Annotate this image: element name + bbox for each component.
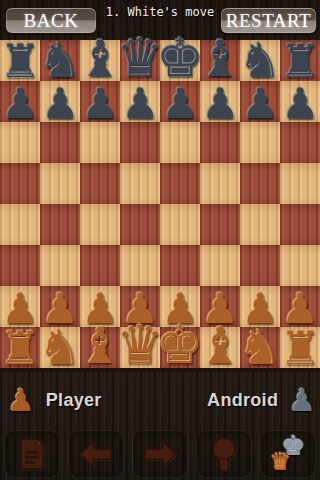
white-pawn: ♟ (1, 288, 39, 330)
black-bishop: ♝ (198, 34, 243, 84)
piece-set-button[interactable]: ♚ ♛ (261, 431, 315, 477)
square-c8[interactable]: ♝ (80, 40, 120, 81)
lightbulb-icon (210, 436, 238, 472)
white-bishop: ♝ (78, 321, 123, 371)
black-rook: ♜ (0, 38, 41, 84)
square-d6[interactable] (120, 122, 160, 163)
black-pawn: ♟ (121, 83, 159, 125)
square-b4[interactable] (40, 204, 80, 245)
square-c2[interactable]: ♟ (80, 286, 120, 327)
black-pawn: ♟ (1, 83, 39, 125)
top-bar: BACK 1. White's move RESTART (0, 0, 320, 40)
square-f1[interactable]: ♝ (200, 327, 240, 368)
white-pawn: ♟ (201, 288, 239, 330)
square-f3[interactable] (200, 245, 240, 286)
square-c7[interactable]: ♟ (80, 81, 120, 122)
square-c6[interactable] (80, 122, 120, 163)
square-g8[interactable]: ♞ (240, 40, 280, 81)
restart-button[interactable]: RESTART (220, 7, 317, 34)
square-b8[interactable]: ♞ (40, 40, 80, 81)
square-d2[interactable]: ♟ (120, 286, 160, 327)
black-bishop: ♝ (78, 34, 123, 84)
white-pawn-icon: ♟ (7, 385, 35, 416)
black-pawn: ♟ (81, 83, 119, 125)
chess-pieces-icon: ♚ ♛ (269, 435, 307, 473)
white-rook: ♜ (0, 325, 41, 371)
square-e5[interactable] (160, 163, 200, 204)
undo-move-button[interactable] (69, 431, 123, 477)
square-e7[interactable]: ♟ (160, 81, 200, 122)
black-pawn: ♟ (41, 83, 79, 125)
arrow-left-icon (79, 441, 113, 467)
black-knight: ♞ (38, 36, 81, 84)
square-a8[interactable]: ♜ (0, 40, 40, 81)
square-g6[interactable] (240, 122, 280, 163)
square-d5[interactable] (120, 163, 160, 204)
square-b1[interactable]: ♞ (40, 327, 80, 368)
chess-board: ♜♞♝♛♚♝♞♜♟♟♟♟♟♟♟♟♟♟♟♟♟♟♟♟♜♞♝♛♚♝♞♜ (0, 40, 320, 372)
player-bar: ♟ Player Android ♟ (0, 372, 320, 428)
white-bishop: ♝ (198, 321, 243, 371)
bronze-queen-icon: ♛ (270, 450, 292, 474)
square-a7[interactable]: ♟ (0, 81, 40, 122)
white-knight: ♞ (38, 323, 81, 371)
square-h4[interactable] (280, 204, 320, 245)
black-pawn: ♟ (201, 83, 239, 125)
document-icon (18, 437, 46, 471)
square-f4[interactable] (200, 204, 240, 245)
black-player-name: Android (207, 390, 278, 411)
square-e6[interactable] (160, 122, 200, 163)
square-a2[interactable]: ♟ (0, 286, 40, 327)
square-c3[interactable] (80, 245, 120, 286)
square-g2[interactable]: ♟ (240, 286, 280, 327)
square-a5[interactable] (0, 163, 40, 204)
square-b2[interactable]: ♟ (40, 286, 80, 327)
square-d3[interactable] (120, 245, 160, 286)
black-pawn: ♟ (281, 83, 319, 125)
square-g3[interactable] (240, 245, 280, 286)
square-g5[interactable] (240, 163, 280, 204)
bottom-toolbar: ♚ ♛ (0, 428, 320, 480)
square-a4[interactable] (0, 204, 40, 245)
white-pawn: ♟ (41, 288, 79, 330)
square-a3[interactable] (0, 245, 40, 286)
square-d4[interactable] (120, 204, 160, 245)
square-e2[interactable]: ♟ (160, 286, 200, 327)
square-b6[interactable] (40, 122, 80, 163)
square-f5[interactable] (200, 163, 240, 204)
square-a1[interactable]: ♜ (0, 327, 40, 368)
square-h8[interactable]: ♜ (280, 40, 320, 81)
square-g4[interactable] (240, 204, 280, 245)
square-b5[interactable] (40, 163, 80, 204)
square-c5[interactable] (80, 163, 120, 204)
square-e4[interactable] (160, 204, 200, 245)
square-g7[interactable]: ♟ (240, 81, 280, 122)
square-c1[interactable]: ♝ (80, 327, 120, 368)
white-rook: ♜ (279, 325, 320, 371)
black-rook: ♜ (279, 38, 320, 84)
white-knight: ♞ (238, 323, 281, 371)
white-pawn: ♟ (241, 288, 279, 330)
white-pawn: ♟ (161, 288, 199, 330)
square-e3[interactable] (160, 245, 200, 286)
square-h7[interactable]: ♟ (280, 81, 320, 122)
square-f7[interactable]: ♟ (200, 81, 240, 122)
square-h1[interactable]: ♜ (280, 327, 320, 368)
square-b7[interactable]: ♟ (40, 81, 80, 122)
back-button[interactable]: BACK (5, 7, 97, 34)
square-h3[interactable] (280, 245, 320, 286)
square-d1[interactable]: ♛ (120, 327, 160, 368)
white-pawn: ♟ (81, 288, 119, 330)
white-pawn: ♟ (281, 288, 319, 330)
square-a6[interactable] (0, 122, 40, 163)
square-e8[interactable]: ♚ (160, 40, 200, 81)
hint-button[interactable] (197, 431, 251, 477)
square-f8[interactable]: ♝ (200, 40, 240, 81)
square-h2[interactable]: ♟ (280, 286, 320, 327)
black-pawn: ♟ (161, 83, 199, 125)
white-pawn: ♟ (121, 288, 159, 330)
redo-move-button[interactable] (133, 431, 187, 477)
square-f6[interactable] (200, 122, 240, 163)
black-knight: ♞ (238, 36, 281, 84)
square-c4[interactable] (80, 204, 120, 245)
square-h6[interactable] (280, 122, 320, 163)
square-b3[interactable] (40, 245, 80, 286)
square-e1[interactable]: ♚ (160, 327, 200, 368)
black-pawn-icon: ♟ (288, 385, 316, 416)
move-list-button[interactable] (5, 431, 59, 477)
square-d7[interactable]: ♟ (120, 81, 160, 122)
white-player-name: Player (46, 390, 102, 411)
square-h5[interactable] (280, 163, 320, 204)
arrow-right-icon (143, 441, 177, 467)
move-status-text: 1. White's move (106, 5, 214, 19)
square-d8[interactable]: ♛ (120, 40, 160, 81)
square-f2[interactable]: ♟ (200, 286, 240, 327)
square-g1[interactable]: ♞ (240, 327, 280, 368)
black-pawn: ♟ (241, 83, 279, 125)
chess-app: BACK 1. White's move RESTART ♜♞♝♛♚♝♞♜♟♟♟… (0, 0, 320, 480)
